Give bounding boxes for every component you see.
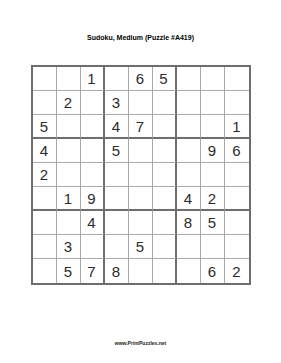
cell-r8c7 <box>177 235 201 259</box>
cell-r7c1 <box>33 211 57 235</box>
cell-r6c8: 2 <box>201 187 225 211</box>
cell-r4c6 <box>153 139 177 163</box>
cell-r2c4: 3 <box>105 91 129 115</box>
cell-r3c3 <box>81 115 105 139</box>
cell-r2c1 <box>33 91 57 115</box>
cell-r9c1 <box>33 259 57 283</box>
puzzle-page: Sudoku, Medium (Puzzle #A419) 1652354714… <box>0 0 281 363</box>
cell-r3c5: 7 <box>129 115 153 139</box>
cell-r3c2 <box>57 115 81 139</box>
cell-r1c3: 1 <box>81 67 105 91</box>
cell-r9c8: 6 <box>201 259 225 283</box>
cell-r5c3 <box>81 163 105 187</box>
cell-r4c3 <box>81 139 105 163</box>
sudoku-grid: 1652354714596219424853557862 <box>31 65 251 285</box>
cell-r3c8 <box>201 115 225 139</box>
cell-r6c5 <box>129 187 153 211</box>
cell-r9c5 <box>129 259 153 283</box>
cell-r2c5 <box>129 91 153 115</box>
cell-r5c2 <box>57 163 81 187</box>
cell-r4c1: 4 <box>33 139 57 163</box>
cell-r5c9 <box>225 163 249 187</box>
cell-r3c4: 4 <box>105 115 129 139</box>
cell-r1c6: 5 <box>153 67 177 91</box>
cell-r7c7: 8 <box>177 211 201 235</box>
cell-r9c3: 7 <box>81 259 105 283</box>
cell-r8c4 <box>105 235 129 259</box>
cell-r7c8: 5 <box>201 211 225 235</box>
cell-r8c5: 5 <box>129 235 153 259</box>
cell-r6c3: 9 <box>81 187 105 211</box>
cell-r8c6 <box>153 235 177 259</box>
cell-r8c9 <box>225 235 249 259</box>
cell-r7c3: 4 <box>81 211 105 235</box>
cell-r1c7 <box>177 67 201 91</box>
cell-r7c2 <box>57 211 81 235</box>
cell-r2c9 <box>225 91 249 115</box>
cell-r3c7 <box>177 115 201 139</box>
cell-r9c7 <box>177 259 201 283</box>
cell-r9c6 <box>153 259 177 283</box>
cell-r6c7: 4 <box>177 187 201 211</box>
cell-r5c8 <box>201 163 225 187</box>
cell-r5c4 <box>105 163 129 187</box>
cell-r1c8 <box>201 67 225 91</box>
cell-r9c9: 2 <box>225 259 249 283</box>
cell-r4c4: 5 <box>105 139 129 163</box>
cell-r8c1 <box>33 235 57 259</box>
cell-r6c2: 1 <box>57 187 81 211</box>
cell-r7c9 <box>225 211 249 235</box>
cell-r3c6 <box>153 115 177 139</box>
cell-r7c5 <box>129 211 153 235</box>
cell-r9c2: 5 <box>57 259 81 283</box>
cell-r6c9 <box>225 187 249 211</box>
cell-r7c4 <box>105 211 129 235</box>
cell-r8c2: 3 <box>57 235 81 259</box>
cell-r2c7 <box>177 91 201 115</box>
cell-r4c8: 9 <box>201 139 225 163</box>
cell-r1c5: 6 <box>129 67 153 91</box>
cell-r2c8 <box>201 91 225 115</box>
cell-r6c6 <box>153 187 177 211</box>
cell-r4c2 <box>57 139 81 163</box>
cell-r3c9: 1 <box>225 115 249 139</box>
cell-r1c4 <box>105 67 129 91</box>
cell-r5c5 <box>129 163 153 187</box>
cell-r3c1: 5 <box>33 115 57 139</box>
cell-r2c6 <box>153 91 177 115</box>
cell-r5c7 <box>177 163 201 187</box>
cell-r6c1 <box>33 187 57 211</box>
puzzle-title: Sudoku, Medium (Puzzle #A419) <box>0 34 281 41</box>
cell-r1c2 <box>57 67 81 91</box>
cell-r8c3 <box>81 235 105 259</box>
cell-r7c6 <box>153 211 177 235</box>
cell-r4c9: 6 <box>225 139 249 163</box>
cell-r8c8 <box>201 235 225 259</box>
cell-r9c4: 8 <box>105 259 129 283</box>
footer-url: www.PrintPuzzles.net <box>0 340 281 346</box>
cell-r1c9 <box>225 67 249 91</box>
cell-r2c3 <box>81 91 105 115</box>
cell-r1c1 <box>33 67 57 91</box>
cell-r2c2: 2 <box>57 91 81 115</box>
cell-r5c6 <box>153 163 177 187</box>
cell-r5c1: 2 <box>33 163 57 187</box>
cell-r6c4 <box>105 187 129 211</box>
cell-r4c5 <box>129 139 153 163</box>
cell-r4c7 <box>177 139 201 163</box>
